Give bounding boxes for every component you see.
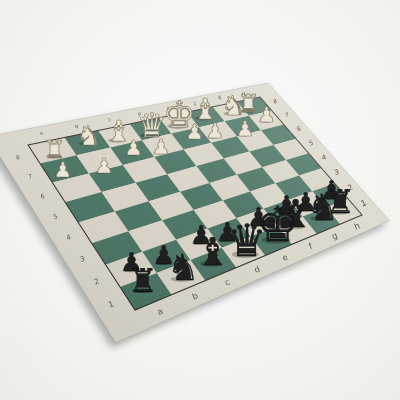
piece-white-pawn-f7[interactable]: ♟ (206, 119, 225, 143)
piece-white-pawn-d7[interactable]: ♟ (152, 135, 171, 159)
piece-glyph: ♟ (257, 103, 276, 127)
piece-glyph: ♜ (129, 262, 158, 300)
piece-black-bishop-c1[interactable]: ♝ (195, 229, 230, 274)
piece-white-knight-g8[interactable]: ♞ (221, 90, 245, 121)
piece-glyph: ♟ (206, 119, 225, 143)
piece-black-rook-a1[interactable]: ♜ (129, 262, 158, 300)
piece-glyph: ♟ (124, 136, 143, 160)
piece-white-pawn-g7[interactable]: ♟ (236, 117, 255, 141)
board-scene: aabbccddeeffgghh8877665544332211 ♜♞♝♟♚♟♛… (0, 0, 400, 400)
piece-glyph: ♛ (227, 215, 267, 267)
piece-glyph: ♝ (195, 229, 230, 274)
piece-white-pawn-b7[interactable]: ♟ (95, 154, 114, 178)
piece-glyph: ♟ (185, 120, 204, 144)
piece-black-knight-b1[interactable]: ♞ (167, 246, 199, 289)
chess-set-photo: aabbccddeeffgghh8877665544332211 ♜♞♝♟♚♟♛… (0, 0, 400, 400)
piece-glyph: ♟ (152, 135, 171, 159)
piece-glyph: ♞ (221, 90, 245, 121)
piece-glyph: ♟ (53, 158, 72, 182)
piece-white-knight-b8[interactable]: ♞ (77, 120, 101, 151)
piece-white-pawn-h7[interactable]: ♟ (257, 103, 276, 127)
piece-glyph: ♟ (95, 154, 114, 178)
piece-glyph: ♞ (77, 120, 101, 151)
piece-white-pawn-e7[interactable]: ♟ (185, 120, 204, 144)
piece-glyph: ♞ (167, 246, 199, 289)
piece-white-pawn-c7[interactable]: ♟ (124, 136, 143, 160)
piece-black-queen-d1[interactable]: ♛ (227, 215, 267, 267)
piece-white-pawn-a7[interactable]: ♟ (53, 158, 72, 182)
piece-glyph: ♟ (236, 117, 255, 141)
